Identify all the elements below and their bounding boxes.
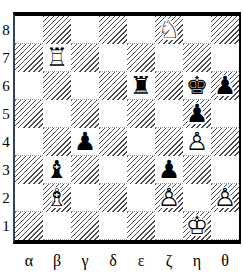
square-c1[interactable] [71, 212, 99, 240]
square-d1[interactable] [99, 212, 127, 240]
square-e2[interactable] [127, 184, 155, 212]
square-c6[interactable] [71, 72, 99, 100]
square-d6[interactable] [99, 72, 127, 100]
square-b8[interactable] [43, 16, 71, 44]
chess-board[interactable]: ♞♞♘♜♜♖♜♜♚♚♟♟♟♟♟♟♟♟♙♝♝♟♟♝♝♗♟♟♙♟♟♙♚♚♔ [13, 12, 241, 244]
square-h5[interactable] [211, 100, 239, 128]
square-h2[interactable]: ♟♟♙ [211, 184, 239, 212]
square-e6[interactable]: ♜♜ [127, 72, 155, 100]
rank-label-7: 7 [0, 44, 12, 72]
black-pawn-glyph: ♟ [211, 72, 239, 100]
square-g7[interactable] [183, 44, 211, 72]
square-c5[interactable] [71, 100, 99, 128]
square-h6[interactable]: ♟♟ [211, 72, 239, 100]
white-pawn[interactable]: ♟♟♙ [211, 184, 239, 212]
white-pawn-glyph: ♙ [183, 128, 211, 155]
white-king[interactable]: ♚♚♔ [183, 212, 211, 240]
square-h3[interactable] [211, 156, 239, 184]
square-a8[interactable] [15, 16, 43, 44]
square-h8[interactable] [211, 16, 239, 44]
black-pawn-glyph: ♟ [183, 100, 211, 128]
square-b2[interactable]: ♝♝♗ [43, 184, 71, 212]
square-e8[interactable] [127, 16, 155, 44]
black-pawn-glyph: ♟ [155, 156, 183, 183]
square-b1[interactable] [43, 212, 71, 240]
square-c3[interactable] [71, 156, 99, 184]
square-g8[interactable] [183, 16, 211, 44]
white-bishop[interactable]: ♝♝♗ [43, 184, 71, 212]
square-d4[interactable] [99, 128, 127, 156]
square-f3[interactable]: ♟♟ [155, 156, 183, 184]
black-pawn[interactable]: ♟♟ [71, 128, 99, 155]
file-label-η: η [183, 250, 211, 272]
square-e5[interactable] [127, 100, 155, 128]
file-label-θ: θ [211, 250, 239, 272]
square-g1[interactable]: ♚♚♔ [183, 212, 211, 240]
rank-label-4: 4 [0, 128, 12, 156]
square-g5[interactable]: ♟♟ [183, 100, 211, 128]
chess-diagram: 87654321 ♞♞♘♜♜♖♜♜♚♚♟♟♟♟♟♟♟♟♙♝♝♟♟♝♝♗♟♟♙♟♟… [0, 0, 244, 276]
black-pawn[interactable]: ♟♟ [183, 100, 211, 128]
rank-labels: 87654321 [0, 16, 12, 240]
square-c8[interactable] [71, 16, 99, 44]
square-a1[interactable] [15, 212, 43, 240]
square-d2[interactable] [99, 184, 127, 212]
square-e1[interactable] [127, 212, 155, 240]
square-a2[interactable] [15, 184, 43, 212]
white-rook[interactable]: ♜♜♖ [43, 44, 71, 71]
square-b5[interactable] [43, 100, 71, 128]
square-h1[interactable] [211, 212, 239, 240]
square-f1[interactable] [155, 212, 183, 240]
square-a6[interactable] [15, 72, 43, 100]
white-knight-glyph: ♘ [155, 16, 183, 44]
square-c2[interactable] [71, 184, 99, 212]
square-a7[interactable] [15, 44, 43, 72]
square-f4[interactable] [155, 128, 183, 156]
square-f8[interactable]: ♞♞♘ [155, 16, 183, 44]
black-rook[interactable]: ♜♜ [127, 72, 155, 99]
square-d5[interactable] [99, 100, 127, 128]
square-d7[interactable] [99, 44, 127, 72]
square-e7[interactable] [127, 44, 155, 72]
square-h7[interactable] [211, 44, 239, 72]
square-b6[interactable] [43, 72, 71, 100]
file-label-ε: ε [127, 250, 155, 272]
rank-label-1: 1 [0, 212, 12, 240]
square-b3[interactable]: ♝♝ [43, 156, 71, 184]
square-d8[interactable] [99, 16, 127, 44]
white-bishop-glyph: ♗ [43, 184, 71, 212]
square-g4[interactable]: ♟♟♙ [183, 128, 211, 156]
file-label-β: β [43, 250, 71, 272]
white-pawn-glyph: ♙ [211, 184, 239, 212]
square-g3[interactable] [183, 156, 211, 184]
white-king-glyph: ♔ [183, 212, 211, 240]
square-e4[interactable] [127, 128, 155, 156]
square-e3[interactable] [127, 156, 155, 184]
black-king[interactable]: ♚♚ [183, 72, 211, 99]
white-pawn-glyph: ♙ [155, 184, 183, 212]
rank-label-6: 6 [0, 72, 12, 100]
white-knight[interactable]: ♞♞♘ [155, 16, 183, 44]
black-pawn[interactable]: ♟♟ [211, 72, 239, 100]
white-rook-glyph: ♖ [43, 44, 71, 71]
file-label-γ: γ [71, 250, 99, 272]
square-f7[interactable] [155, 44, 183, 72]
file-label-α: α [15, 250, 43, 272]
square-g2[interactable] [183, 184, 211, 212]
file-label-δ: δ [99, 250, 127, 272]
square-a5[interactable] [15, 100, 43, 128]
rank-label-8: 8 [0, 16, 12, 44]
square-c4[interactable]: ♟♟ [71, 128, 99, 156]
white-pawn[interactable]: ♟♟♙ [183, 128, 211, 155]
black-bishop-glyph: ♝ [43, 156, 71, 183]
rank-label-3: 3 [0, 156, 12, 184]
square-b4[interactable] [43, 128, 71, 156]
black-rook-glyph: ♜ [127, 72, 155, 99]
black-king-glyph: ♚ [183, 72, 211, 99]
rank-label-5: 5 [0, 100, 12, 128]
file-labels: αβγδεζηθ [15, 250, 239, 272]
square-f6[interactable] [155, 72, 183, 100]
black-pawn[interactable]: ♟♟ [155, 156, 183, 183]
white-pawn[interactable]: ♟♟♙ [155, 184, 183, 212]
square-h4[interactable] [211, 128, 239, 156]
square-g6[interactable]: ♚♚ [183, 72, 211, 100]
square-a4[interactable] [15, 128, 43, 156]
rank-label-2: 2 [0, 184, 12, 212]
square-c7[interactable] [71, 44, 99, 72]
black-bishop[interactable]: ♝♝ [43, 156, 71, 183]
square-b7[interactable]: ♜♜♖ [43, 44, 71, 72]
square-a3[interactable] [15, 156, 43, 184]
file-label-ζ: ζ [155, 250, 183, 272]
black-pawn-glyph: ♟ [71, 128, 99, 155]
square-d3[interactable] [99, 156, 127, 184]
square-f2[interactable]: ♟♟♙ [155, 184, 183, 212]
square-f5[interactable] [155, 100, 183, 128]
